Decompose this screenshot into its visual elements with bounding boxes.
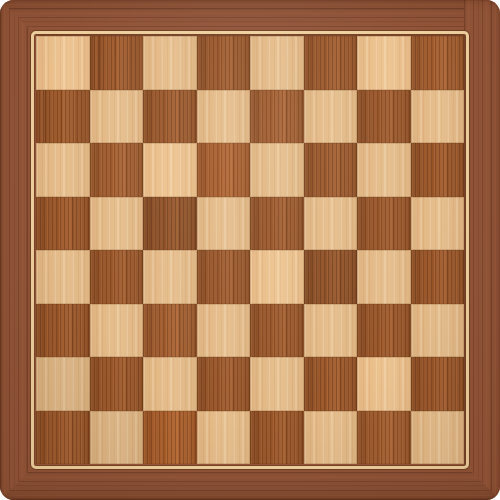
square-c2 [143, 357, 197, 411]
product-photo-stage [0, 0, 500, 500]
square-e3 [250, 304, 304, 358]
square-b3 [90, 304, 144, 358]
square-c8 [143, 36, 197, 90]
square-f2 [304, 357, 358, 411]
frame-edge-left [0, 0, 36, 500]
square-e1 [250, 411, 304, 465]
square-c3 [143, 304, 197, 358]
frame-edge-top [0, 0, 500, 36]
square-h8 [411, 36, 465, 90]
square-f1 [304, 411, 358, 465]
square-f8 [304, 36, 358, 90]
square-h1 [411, 411, 465, 465]
square-a7 [36, 90, 90, 144]
board-squares [36, 36, 464, 464]
square-a2 [36, 357, 90, 411]
square-e6 [250, 143, 304, 197]
frame-edge-bottom [0, 464, 500, 500]
square-a6 [36, 143, 90, 197]
square-b8 [90, 36, 144, 90]
square-d2 [197, 357, 251, 411]
square-a4 [36, 250, 90, 304]
square-e7 [250, 90, 304, 144]
square-g5 [357, 197, 411, 251]
square-b5 [90, 197, 144, 251]
square-h6 [411, 143, 465, 197]
square-h4 [411, 250, 465, 304]
square-b2 [90, 357, 144, 411]
square-h3 [411, 304, 465, 358]
square-d1 [197, 411, 251, 465]
square-h5 [411, 197, 465, 251]
square-b7 [90, 90, 144, 144]
square-e4 [250, 250, 304, 304]
square-a3 [36, 304, 90, 358]
frame-edge-right [464, 0, 500, 500]
square-f7 [304, 90, 358, 144]
square-d5 [197, 197, 251, 251]
square-h2 [411, 357, 465, 411]
square-f6 [304, 143, 358, 197]
square-d4 [197, 250, 251, 304]
square-c7 [143, 90, 197, 144]
square-g4 [357, 250, 411, 304]
square-b4 [90, 250, 144, 304]
square-f5 [304, 197, 358, 251]
square-f4 [304, 250, 358, 304]
square-g6 [357, 143, 411, 197]
square-g1 [357, 411, 411, 465]
square-c4 [143, 250, 197, 304]
wooden-chessboard [0, 0, 500, 500]
square-b1 [90, 411, 144, 465]
square-a8 [36, 36, 90, 90]
square-g8 [357, 36, 411, 90]
square-f3 [304, 304, 358, 358]
square-a5 [36, 197, 90, 251]
square-d7 [197, 90, 251, 144]
square-d6 [197, 143, 251, 197]
square-c5 [143, 197, 197, 251]
square-c1 [143, 411, 197, 465]
square-b6 [90, 143, 144, 197]
square-g2 [357, 357, 411, 411]
square-d3 [197, 304, 251, 358]
square-e8 [250, 36, 304, 90]
square-g3 [357, 304, 411, 358]
square-e5 [250, 197, 304, 251]
square-h7 [411, 90, 465, 144]
square-g7 [357, 90, 411, 144]
square-e2 [250, 357, 304, 411]
square-c6 [143, 143, 197, 197]
square-a1 [36, 411, 90, 465]
square-d8 [197, 36, 251, 90]
